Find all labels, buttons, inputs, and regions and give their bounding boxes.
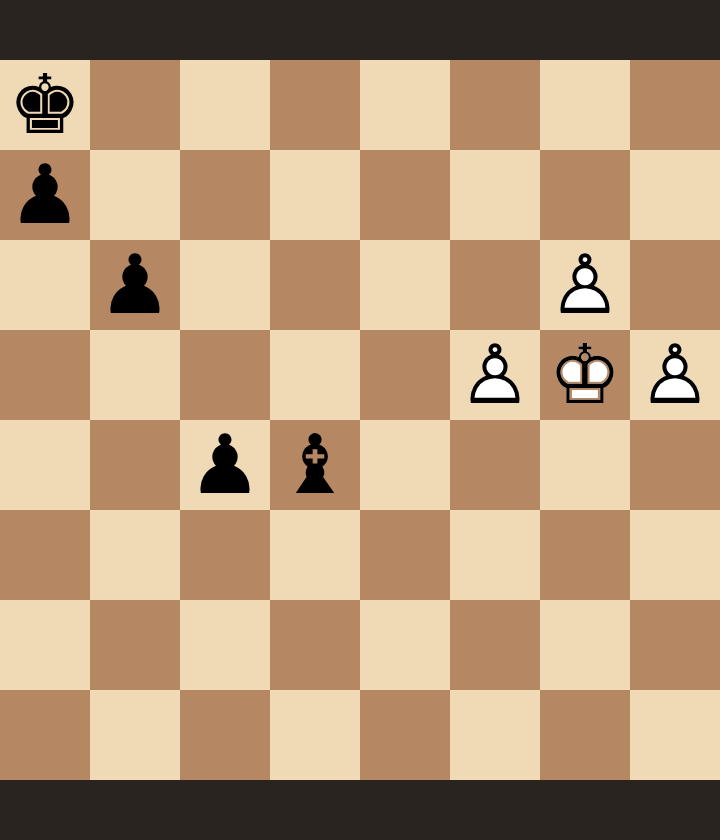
black-pawn-glyph: ♟ [180,420,270,510]
white-pawn[interactable]: ♟♙ [630,330,720,420]
white-king-outline: ♔ [540,330,630,420]
white-pawn-outline: ♙ [450,330,540,420]
square-g1[interactable] [540,690,630,780]
square-c1[interactable] [180,690,270,780]
chess-board: ♚♟♟♟♙♟♙♚♔♟♙♟♝ [0,60,720,780]
white-king[interactable]: ♚♔ [540,330,630,420]
square-b7[interactable] [90,150,180,240]
black-pawn-glyph: ♟ [90,240,180,330]
white-pawn[interactable]: ♟♙ [540,240,630,330]
square-h7[interactable] [630,150,720,240]
square-b8[interactable] [90,60,180,150]
square-f5[interactable]: ♟♙ [450,330,540,420]
square-d3[interactable] [270,510,360,600]
square-e8[interactable] [360,60,450,150]
square-h1[interactable] [630,690,720,780]
square-e2[interactable] [360,600,450,690]
square-g6[interactable]: ♟♙ [540,240,630,330]
square-e7[interactable] [360,150,450,240]
white-pawn-outline: ♙ [630,330,720,420]
square-e4[interactable] [360,420,450,510]
square-g7[interactable] [540,150,630,240]
square-h5[interactable]: ♟♙ [630,330,720,420]
square-b4[interactable] [90,420,180,510]
square-h8[interactable] [630,60,720,150]
square-d5[interactable] [270,330,360,420]
square-c7[interactable] [180,150,270,240]
square-c4[interactable]: ♟ [180,420,270,510]
square-h2[interactable] [630,600,720,690]
square-a4[interactable] [0,420,90,510]
square-d4[interactable]: ♝ [270,420,360,510]
square-a3[interactable] [0,510,90,600]
square-b2[interactable] [90,600,180,690]
square-c3[interactable] [180,510,270,600]
square-a8[interactable]: ♚ [0,60,90,150]
black-bishop[interactable]: ♝ [270,420,360,510]
black-pawn[interactable]: ♟ [180,420,270,510]
square-f4[interactable] [450,420,540,510]
square-c5[interactable] [180,330,270,420]
square-e5[interactable] [360,330,450,420]
square-f3[interactable] [450,510,540,600]
square-g2[interactable] [540,600,630,690]
square-a6[interactable] [0,240,90,330]
square-e1[interactable] [360,690,450,780]
square-b1[interactable] [90,690,180,780]
square-a1[interactable] [0,690,90,780]
square-g8[interactable] [540,60,630,150]
square-g4[interactable] [540,420,630,510]
square-f2[interactable] [450,600,540,690]
black-king[interactable]: ♚ [0,60,90,150]
square-d8[interactable] [270,60,360,150]
square-b6[interactable]: ♟ [90,240,180,330]
square-e3[interactable] [360,510,450,600]
black-pawn-glyph: ♟ [0,150,90,240]
square-c2[interactable] [180,600,270,690]
square-a2[interactable] [0,600,90,690]
black-king-glyph: ♚ [0,60,90,150]
white-pawn[interactable]: ♟♙ [450,330,540,420]
bottom-bar [0,780,720,840]
square-d6[interactable] [270,240,360,330]
square-h4[interactable] [630,420,720,510]
square-f1[interactable] [450,690,540,780]
chess-diagram-page: ♚♟♟♟♙♟♙♚♔♟♙♟♝ [0,0,720,840]
square-c6[interactable] [180,240,270,330]
square-b5[interactable] [90,330,180,420]
square-a7[interactable]: ♟ [0,150,90,240]
top-bar [0,0,720,60]
square-a5[interactable] [0,330,90,420]
square-d1[interactable] [270,690,360,780]
black-pawn[interactable]: ♟ [0,150,90,240]
square-c8[interactable] [180,60,270,150]
white-pawn-outline: ♙ [540,240,630,330]
black-bishop-glyph: ♝ [270,420,360,510]
square-h6[interactable] [630,240,720,330]
square-h3[interactable] [630,510,720,600]
square-d7[interactable] [270,150,360,240]
square-g5[interactable]: ♚♔ [540,330,630,420]
square-f7[interactable] [450,150,540,240]
square-f6[interactable] [450,240,540,330]
black-pawn[interactable]: ♟ [90,240,180,330]
square-g3[interactable] [540,510,630,600]
square-f8[interactable] [450,60,540,150]
square-b3[interactable] [90,510,180,600]
square-d2[interactable] [270,600,360,690]
square-e6[interactable] [360,240,450,330]
